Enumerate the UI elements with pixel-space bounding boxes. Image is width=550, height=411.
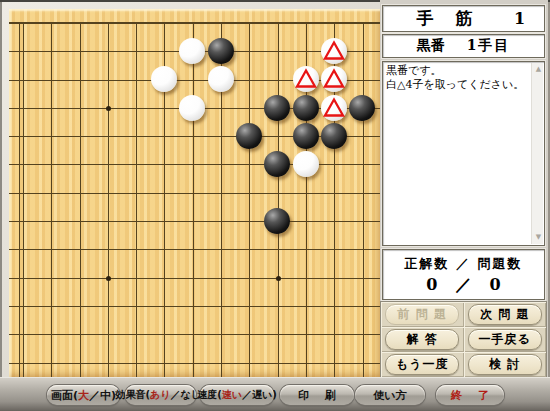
stone-white xyxy=(151,66,177,92)
triangle-marker-icon xyxy=(293,66,319,92)
stone-white-triangle-marked xyxy=(321,38,347,64)
btn-cell: 次 問 題 xyxy=(464,302,547,327)
message-scrollbar[interactable] xyxy=(531,63,543,244)
score-box: 正解数 ／ 問題数 0 ／ 0 xyxy=(382,249,545,300)
message-line-1: 黒番です。 xyxy=(386,64,530,78)
next-problem-button[interactable]: 次 問 題 xyxy=(468,304,542,325)
turn-to-play-label: 黒番 xyxy=(417,37,445,55)
sound-current: あり xyxy=(150,388,170,402)
speed-prefix: 速度( xyxy=(197,388,222,402)
triangle-marker-icon xyxy=(321,66,347,92)
stone-white-triangle-marked xyxy=(293,66,319,92)
btn-cell: もう一度 xyxy=(381,352,464,377)
btn-cell: 一手戻る xyxy=(464,327,547,352)
triangle-marker-icon xyxy=(321,38,347,64)
previous-problem-button[interactable]: 前 問 題 xyxy=(385,304,459,325)
help-button[interactable]: 使い方 xyxy=(355,385,425,405)
stone-white xyxy=(208,66,234,92)
stone-black xyxy=(293,123,319,149)
quit-button[interactable]: 終 了 xyxy=(436,385,504,405)
review-button[interactable]: 検 討 xyxy=(468,354,542,375)
move-counter-label: 1手目 xyxy=(467,37,511,55)
print-button[interactable]: 印 刷 xyxy=(280,385,354,405)
answer-button[interactable]: 解 答 xyxy=(385,329,459,350)
stone-black xyxy=(208,38,234,64)
stones-layer xyxy=(9,9,377,377)
btn-cell: 前 問 題 xyxy=(381,302,464,327)
speed-toggle-button[interactable]: 速度(速い／遅い) xyxy=(200,385,274,405)
speed-current: 速い xyxy=(222,388,242,402)
stone-black xyxy=(264,95,290,121)
problem-controls: 前 問 題 次 問 題 解 答 一手戻る もう一度 検 討 xyxy=(381,302,546,377)
board-bezel xyxy=(2,2,380,377)
screen-size-suffix: ／中) xyxy=(89,388,116,403)
stone-white xyxy=(179,38,205,64)
btn-cell: 解 答 xyxy=(381,327,464,352)
stone-white-triangle-marked xyxy=(321,66,347,92)
scroll-down-icon[interactable]: ▼ xyxy=(534,231,543,245)
bottom-toolbar: 画面(大／中) 効果音(あり／なし) 速度(速い／遅い) 印 刷 使い方 終 了 xyxy=(0,377,550,411)
turn-box: 黒番 1手目 xyxy=(382,34,545,58)
retry-button[interactable]: もう一度 xyxy=(385,354,459,375)
btn-cell: 検 討 xyxy=(464,352,547,377)
stone-black xyxy=(264,151,290,177)
problem-type-label: 手 筋 xyxy=(383,7,514,30)
stone-black xyxy=(264,208,290,234)
sound-toggle-button[interactable]: 効果音(あり／なし) xyxy=(125,385,196,405)
stone-black xyxy=(321,123,347,149)
triangle-marker-icon xyxy=(321,95,347,121)
problem-message-box[interactable]: 黒番です。 白△4子を取ってください。 ▲ ▼ xyxy=(382,61,545,246)
stone-black xyxy=(236,123,262,149)
stone-white xyxy=(179,95,205,121)
problem-count: 0 xyxy=(490,275,501,296)
speed-suffix: ／遅い) xyxy=(242,388,277,402)
stone-white-triangle-marked xyxy=(321,95,347,121)
sound-prefix: 効果音( xyxy=(115,388,150,402)
message-line-2: 白△4子を取ってください。 xyxy=(386,78,530,92)
score-header: 正解数 ／ 問題数 xyxy=(383,255,544,273)
stone-black xyxy=(349,95,375,121)
screen-size-button[interactable]: 画面(大／中) xyxy=(47,385,120,405)
go-board[interactable] xyxy=(9,9,382,378)
stone-white xyxy=(293,151,319,177)
score-separator: ／ xyxy=(456,275,472,296)
stone-black xyxy=(293,95,319,121)
info-panel: 手 筋 1 黒番 1手目 黒番です。 白△4子を取ってください。 ▲ ▼ 正解数… xyxy=(380,0,548,377)
undo-move-button[interactable]: 一手戻る xyxy=(468,329,542,350)
problem-number: 1 xyxy=(514,9,544,28)
screen-size-current: 大 xyxy=(78,388,89,403)
correct-count: 0 xyxy=(426,275,437,296)
screen-size-prefix: 画面( xyxy=(51,388,78,403)
scroll-up-icon[interactable]: ▲ xyxy=(534,63,543,77)
problem-title-box: 手 筋 1 xyxy=(382,5,545,32)
